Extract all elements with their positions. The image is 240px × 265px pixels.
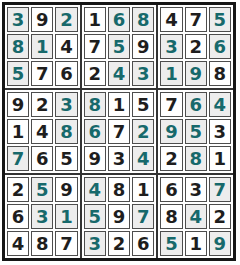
cell-r6c7[interactable]: 2	[160, 146, 182, 171]
cell-r1c7[interactable]: 4	[160, 7, 182, 32]
cell-r6c1[interactable]: 7	[7, 146, 29, 171]
cell-r2c3[interactable]: 4	[55, 34, 77, 59]
cell-r4c6[interactable]: 5	[132, 92, 154, 117]
cell-r7c5[interactable]: 8	[108, 177, 130, 202]
cell-r4c8[interactable]: 6	[185, 92, 207, 117]
cell-r3c6[interactable]: 3	[132, 61, 154, 86]
cell-r1c6[interactable]: 8	[132, 7, 154, 32]
cell-r1c5[interactable]: 6	[108, 7, 130, 32]
cell-r8c2[interactable]: 3	[31, 204, 53, 229]
cell-r8c3[interactable]: 1	[55, 204, 77, 229]
cell-r5c6[interactable]: 2	[132, 119, 154, 144]
cell-r6c8[interactable]: 8	[185, 146, 207, 171]
cell-r7c1[interactable]: 2	[7, 177, 29, 202]
cell-r8c5[interactable]: 9	[108, 204, 130, 229]
cell-r7c9[interactable]: 7	[209, 177, 231, 202]
cell-r4c9[interactable]: 4	[209, 92, 231, 117]
cell-r1c3[interactable]: 2	[55, 7, 77, 32]
cell-r6c2[interactable]: 6	[31, 146, 53, 171]
cell-r3c7[interactable]: 1	[160, 61, 182, 86]
cell-r6c4[interactable]: 9	[84, 146, 106, 171]
cell-r2c6[interactable]: 9	[132, 34, 154, 59]
cell-r2c9[interactable]: 6	[209, 34, 231, 59]
cell-r4c4[interactable]: 8	[84, 92, 106, 117]
cell-r9c8[interactable]: 1	[185, 231, 207, 256]
cell-r3c9[interactable]: 8	[209, 61, 231, 86]
cell-r3c1[interactable]: 5	[7, 61, 29, 86]
box-1-3: 475326198	[158, 5, 233, 88]
cell-r4c1[interactable]: 9	[7, 92, 29, 117]
cell-r9c7[interactable]: 5	[160, 231, 182, 256]
cell-r7c4[interactable]: 4	[84, 177, 106, 202]
sudoku-board: 3928145761687592434753261989231487658156…	[2, 2, 236, 261]
cell-r7c8[interactable]: 3	[185, 177, 207, 202]
cell-r8c6[interactable]: 7	[132, 204, 154, 229]
cell-r8c7[interactable]: 8	[160, 204, 182, 229]
cell-r1c1[interactable]: 3	[7, 7, 29, 32]
cell-r3c8[interactable]: 9	[185, 61, 207, 86]
cell-r6c3[interactable]: 5	[55, 146, 77, 171]
cell-r2c5[interactable]: 5	[108, 34, 130, 59]
cell-r5c8[interactable]: 5	[185, 119, 207, 144]
cell-r5c1[interactable]: 1	[7, 119, 29, 144]
cell-r5c3[interactable]: 8	[55, 119, 77, 144]
cell-r2c4[interactable]: 7	[84, 34, 106, 59]
cell-r2c8[interactable]: 2	[185, 34, 207, 59]
box-2-3: 764953281	[158, 90, 233, 173]
cell-r7c6[interactable]: 1	[132, 177, 154, 202]
cell-r9c5[interactable]: 2	[108, 231, 130, 256]
cell-r6c9[interactable]: 1	[209, 146, 231, 171]
cell-r8c8[interactable]: 4	[185, 204, 207, 229]
box-2-1: 923148765	[5, 90, 80, 173]
cell-r3c2[interactable]: 7	[31, 61, 53, 86]
cell-r8c1[interactable]: 6	[7, 204, 29, 229]
box-3-1: 259631487	[5, 175, 80, 258]
cell-r2c2[interactable]: 1	[31, 34, 53, 59]
box-3-3: 637842519	[158, 175, 233, 258]
cell-r8c9[interactable]: 2	[209, 204, 231, 229]
cell-r4c5[interactable]: 1	[108, 92, 130, 117]
cell-r6c6[interactable]: 4	[132, 146, 154, 171]
box-1-1: 392814576	[5, 5, 80, 88]
cell-r3c3[interactable]: 6	[55, 61, 77, 86]
cell-r1c2[interactable]: 9	[31, 7, 53, 32]
cell-r5c4[interactable]: 6	[84, 119, 106, 144]
cell-r2c7[interactable]: 3	[160, 34, 182, 59]
cell-r7c7[interactable]: 6	[160, 177, 182, 202]
cell-r5c2[interactable]: 4	[31, 119, 53, 144]
cell-r9c2[interactable]: 8	[31, 231, 53, 256]
cell-r1c9[interactable]: 5	[209, 7, 231, 32]
cell-r9c9[interactable]: 9	[209, 231, 231, 256]
box-3-2: 481597326	[82, 175, 157, 258]
cell-r6c5[interactable]: 3	[108, 146, 130, 171]
cell-r2c1[interactable]: 8	[7, 34, 29, 59]
cell-r4c2[interactable]: 2	[31, 92, 53, 117]
cell-r8c4[interactable]: 5	[84, 204, 106, 229]
box-2-2: 815672934	[82, 90, 157, 173]
cell-r4c7[interactable]: 7	[160, 92, 182, 117]
cell-r5c9[interactable]: 3	[209, 119, 231, 144]
cell-r5c5[interactable]: 7	[108, 119, 130, 144]
cell-r9c6[interactable]: 6	[132, 231, 154, 256]
box-1-2: 168759243	[82, 5, 157, 88]
cell-r1c4[interactable]: 1	[84, 7, 106, 32]
cell-r7c3[interactable]: 9	[55, 177, 77, 202]
cell-r7c2[interactable]: 5	[31, 177, 53, 202]
cell-r9c3[interactable]: 7	[55, 231, 77, 256]
cell-r4c3[interactable]: 3	[55, 92, 77, 117]
cell-r5c7[interactable]: 9	[160, 119, 182, 144]
cell-r3c5[interactable]: 4	[108, 61, 130, 86]
cell-r9c1[interactable]: 4	[7, 231, 29, 256]
cell-r9c4[interactable]: 3	[84, 231, 106, 256]
cell-r1c8[interactable]: 7	[185, 7, 207, 32]
cell-r3c4[interactable]: 2	[84, 61, 106, 86]
